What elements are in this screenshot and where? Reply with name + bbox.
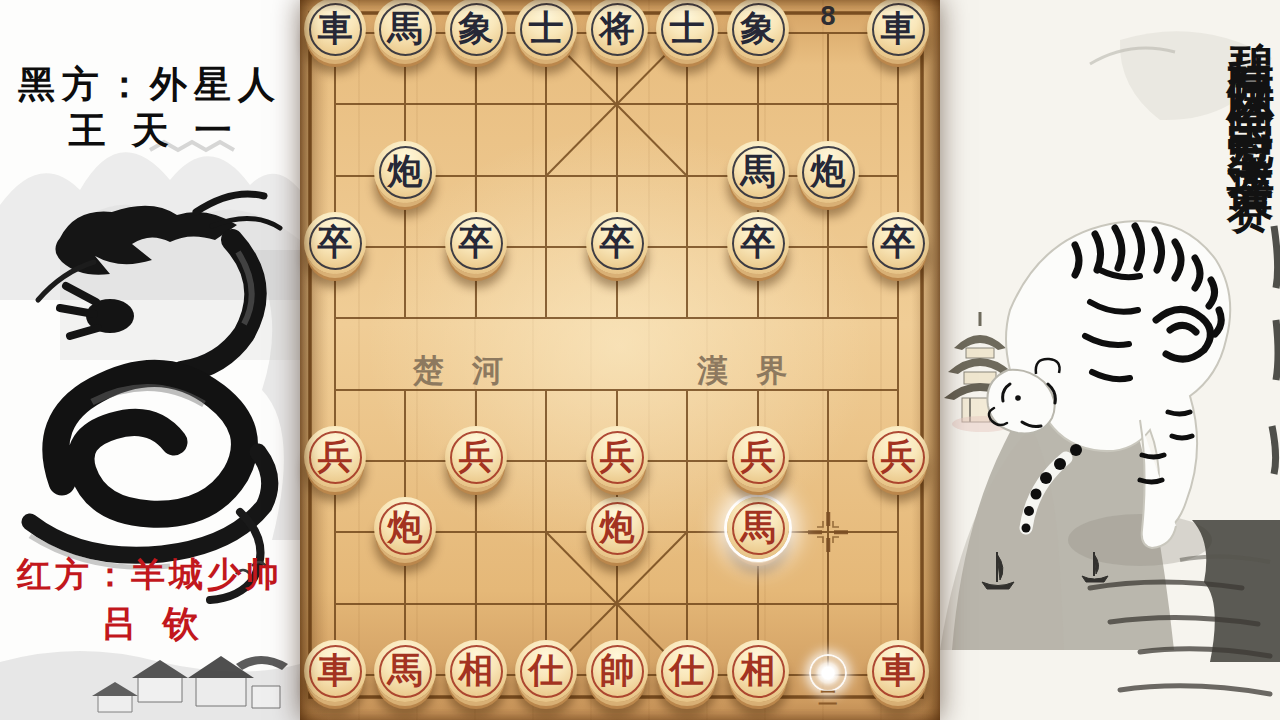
piece-glyph: 車 [318,647,353,694]
file-number-label-top: 8 [820,1,835,32]
piece-glyph: 帥 [600,647,635,694]
tournament-banner: 碧桂园杯全国冠军邀请赛 [1227,4,1274,718]
river-text-left: 楚河 [413,350,531,392]
piece-glyph: 馬 [741,148,776,195]
piece-glyph: 兵 [459,433,494,480]
piece-red-兵-c4[interactable]: 兵 [445,426,507,488]
piece-red-車-a1[interactable]: 車 [304,640,366,702]
piece-black-将-e10[interactable]: 将 [586,0,648,60]
piece-glyph: 相 [459,647,494,694]
piece-red-兵-i4[interactable]: 兵 [867,426,929,488]
piece-glyph: 兵 [881,433,916,480]
piece-glyph: 士 [670,5,705,52]
piece-glyph: 炮 [388,148,423,195]
river-text-right: 漢界 [697,350,815,392]
piece-glyph: 炮 [811,148,846,195]
piece-black-士-d10[interactable]: 士 [515,0,577,60]
piece-red-兵-e4[interactable]: 兵 [586,426,648,488]
piece-glyph: 象 [459,5,494,52]
piece-glyph: 兵 [600,433,635,480]
piece-black-炮-h8[interactable]: 炮 [797,141,859,203]
piece-glyph: 仕 [529,647,564,694]
red-player-title: 红方：羊城少帅 [0,552,300,598]
piece-black-卒-e7[interactable]: 卒 [586,212,648,274]
piece-glyph: 相 [741,647,776,694]
file-number-label-bottom: 二 [819,685,838,711]
piece-red-兵-a4[interactable]: 兵 [304,426,366,488]
piece-black-車-a10[interactable]: 車 [304,0,366,60]
piece-red-炮-b3[interactable]: 炮 [374,497,436,559]
piece-glyph: 馬 [388,647,423,694]
xiangqi-board[interactable]: 楚河 漢界 8二 車馬象士将士象車炮馬炮卒卒卒卒卒炮炮馬兵兵兵兵兵車馬相仕帥仕相… [300,0,940,720]
piece-black-卒-a7[interactable]: 卒 [304,212,366,274]
piece-black-馬-b10[interactable]: 馬 [374,0,436,60]
broadcast-overlay: 黑方：外星人 王天一 红方：羊城少帅 吕钦 楚河 漢界 8二 車馬象士将士象車炮… [0,0,1280,720]
piece-red-相-c1[interactable]: 相 [445,640,507,702]
piece-glyph: 馬 [388,5,423,52]
piece-glyph: 仕 [670,647,705,694]
piece-black-士-f10[interactable]: 士 [656,0,718,60]
piece-red-車-i1[interactable]: 車 [867,640,929,702]
piece-black-卒-g7[interactable]: 卒 [727,212,789,274]
right-panel: 碧桂园杯全国冠军邀请赛 [940,0,1280,720]
piece-glyph: 象 [741,5,776,52]
piece-black-象-g10[interactable]: 象 [727,0,789,60]
black-player-name: 王天一 [0,106,300,156]
piece-black-炮-b8[interactable]: 炮 [374,141,436,203]
piece-glyph: 兵 [741,433,776,480]
piece-glyph: 車 [881,5,916,52]
piece-red-帥-e1[interactable]: 帥 [586,640,648,702]
piece-red-相-g1[interactable]: 相 [727,640,789,702]
piece-glyph: 車 [881,647,916,694]
piece-glyph: 卒 [459,219,494,266]
piece-glyph: 士 [529,5,564,52]
left-panel: 黑方：外星人 王天一 红方：羊城少帅 吕钦 [0,0,300,720]
piece-black-車-i10[interactable]: 車 [867,0,929,60]
piece-black-象-c10[interactable]: 象 [445,0,507,60]
crosshair-marker [808,512,848,552]
piece-glyph: 炮 [600,504,635,551]
board-grid [300,0,940,720]
piece-glyph: 炮 [388,504,423,551]
piece-red-仕-d1[interactable]: 仕 [515,640,577,702]
red-player-name: 吕钦 [0,600,300,649]
piece-glyph: 将 [600,5,635,52]
piece-red-仕-f1[interactable]: 仕 [656,640,718,702]
piece-black-卒-i7[interactable]: 卒 [867,212,929,274]
piece-glyph: 卒 [600,219,635,266]
piece-black-馬-g8[interactable]: 馬 [727,141,789,203]
piece-red-馬-b1[interactable]: 馬 [374,640,436,702]
piece-glyph: 卒 [741,219,776,266]
piece-glyph: 兵 [318,433,353,480]
piece-glyph: 卒 [881,219,916,266]
piece-red-兵-g4[interactable]: 兵 [727,426,789,488]
piece-red-馬-g3[interactable]: 馬 [727,497,789,559]
piece-red-炮-e3[interactable]: 炮 [586,497,648,559]
piece-glyph: 卒 [318,219,353,266]
black-player-title: 黑方：外星人 [0,60,300,110]
piece-glyph: 車 [318,5,353,52]
piece-black-卒-c7[interactable]: 卒 [445,212,507,274]
piece-glyph: 馬 [741,504,776,551]
